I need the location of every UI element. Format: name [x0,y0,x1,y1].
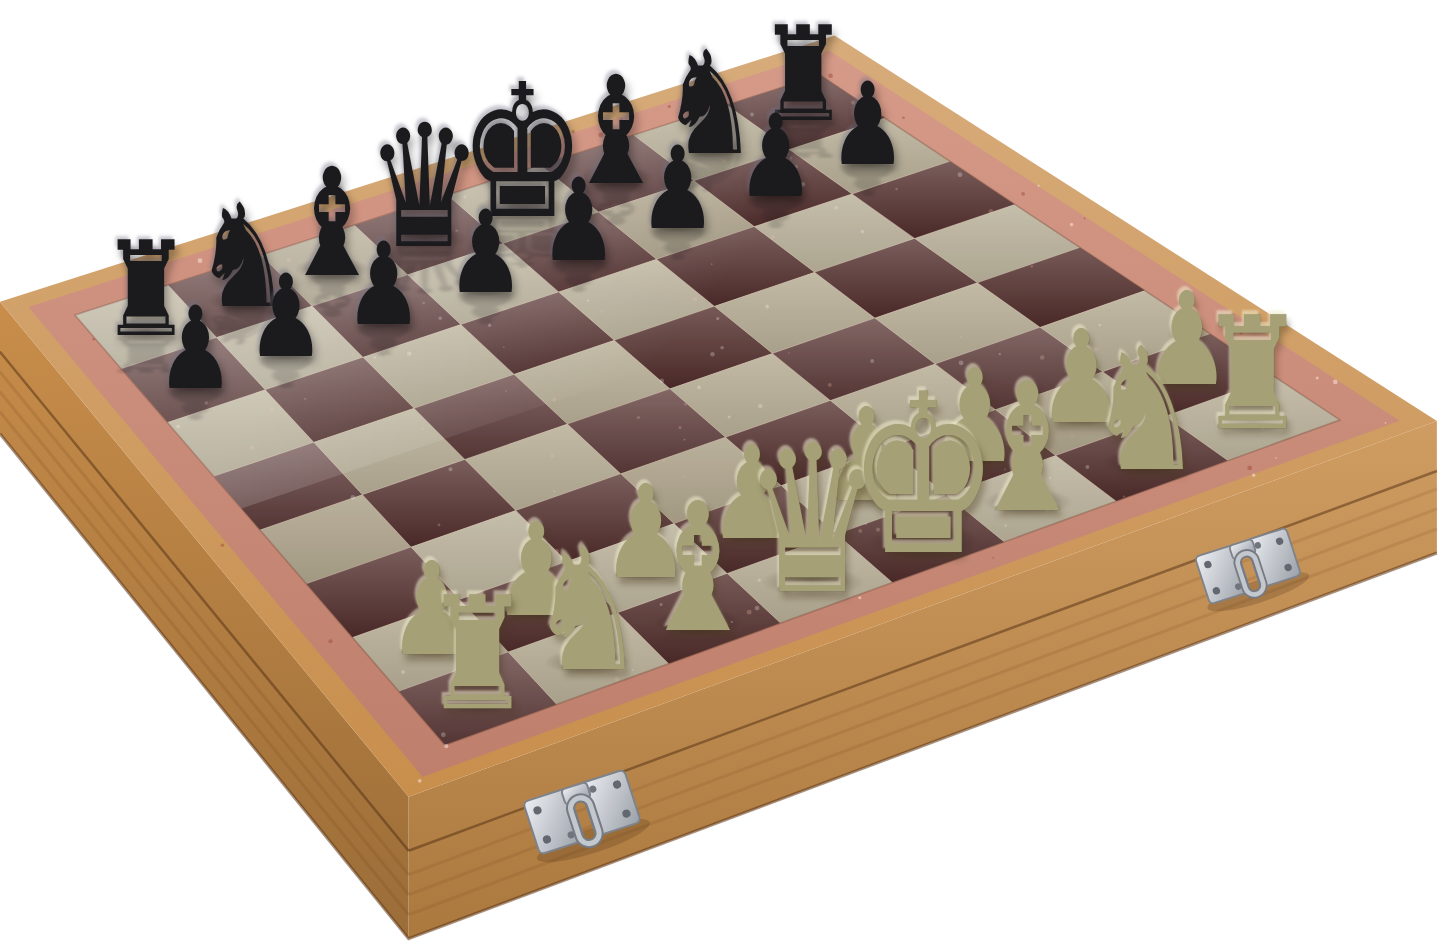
piece-white-knight-b1[interactable]: ♞ [529,525,646,695]
piece-white-bishop-f1[interactable]: ♝ [966,359,1089,537]
piece-black-pawn-d7[interactable]: ♟ [446,195,525,309]
product-photo: ♜♜♞♞♝♝♛♛♚♚♝♝♞♞♜♜♟♟♟♟♟♟♟♟♟♟♟♟♟♟♟♟♟♟♟♟♟♟♟♟… [0,0,1445,946]
piece-white-knight-g1[interactable]: ♞ [1087,325,1204,495]
piece-white-rook-h1[interactable]: ♜ [1199,297,1307,453]
piece-black-pawn-c7[interactable]: ♟ [344,227,423,341]
piece-black-pawn-g7[interactable]: ♟ [736,99,815,213]
piece-black-pawn-h7[interactable]: ♟ [828,67,907,181]
piece-black-pawn-a7[interactable]: ♟ [156,291,235,405]
piece-white-rook-a1[interactable]: ♜ [424,576,532,732]
piece-black-pawn-f7[interactable]: ♟ [638,131,717,245]
piece-white-bishop-c1[interactable]: ♝ [637,479,760,657]
piece-black-pawn-b7[interactable]: ♟ [246,259,325,373]
piece-black-pawn-e7[interactable]: ♟ [539,163,618,277]
pieces-layer: ♜♜♞♞♝♝♛♛♚♚♝♝♞♞♜♜♟♟♟♟♟♟♟♟♟♟♟♟♟♟♟♟♟♟♟♟♟♟♟♟… [0,0,1445,946]
